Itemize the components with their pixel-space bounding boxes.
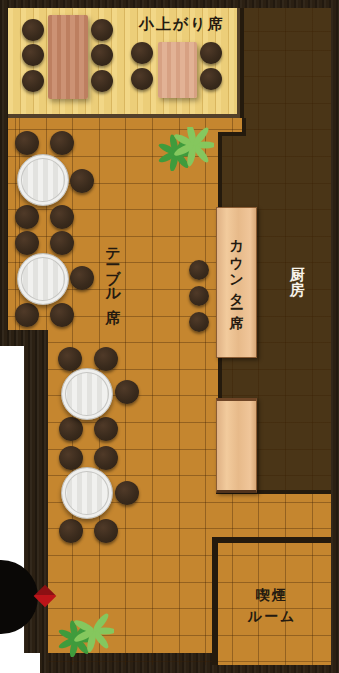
chair [50,303,74,327]
kitchen-label: 厨房 [287,255,306,281]
counter-seating-label: カウンター席 [228,229,246,305]
chair [94,519,118,543]
chair [115,380,139,404]
chair [59,519,83,543]
smoking-room-label-line1: 喫煙 [227,585,317,606]
round-table-1 [17,154,69,206]
chair [15,131,39,155]
chair [94,417,118,441]
chair [50,131,74,155]
cushion [200,42,222,64]
chair [94,446,118,470]
outside-bottom-left [0,653,40,673]
chair [50,231,74,255]
chair [59,417,83,441]
chair [15,231,39,255]
chair [70,266,94,290]
cushion [200,68,222,90]
round-table-3 [61,368,113,420]
cushion [91,19,113,41]
kitchen-floor-upper [243,8,331,118]
counter-stool [189,260,209,280]
chair [94,347,118,371]
smoking-room-wall-left [212,537,218,665]
chair [15,205,39,229]
smoking-room-label-line2: ルーム [227,606,317,627]
cushion [91,44,113,66]
chair [50,205,74,229]
tatami-table-2 [158,42,197,98]
round-table-4 [61,467,113,519]
kitchen-floor-step [245,118,331,135]
counter-stool [189,286,209,306]
kitchen-wall-edge-step-h [218,132,246,136]
chair [70,169,94,193]
cushion [91,70,113,92]
cushion [131,42,153,64]
counter-lower [216,398,257,493]
round-table-2 [17,253,69,305]
cushion [131,68,153,90]
counter-stool [189,312,209,332]
smoking-room-floor-extension [212,653,331,665]
table-seating-label: テーブル席 [103,237,122,298]
cushion [22,19,44,41]
tatami-area-label: 小上がり席 [139,15,225,34]
smoking-room-wall-top [212,537,331,543]
chair [58,347,82,371]
chair [115,481,139,505]
restaurant-floorplan: 小上がり席 テーブル席 カウンター席 厨房 喫煙 ルーム [0,0,339,673]
chair [15,303,39,327]
smoking-room-label: 喫煙 ルーム [227,585,317,627]
chair [59,446,83,470]
cushion [22,44,44,66]
cushion [22,70,44,92]
tatami-table-1 [48,15,88,99]
